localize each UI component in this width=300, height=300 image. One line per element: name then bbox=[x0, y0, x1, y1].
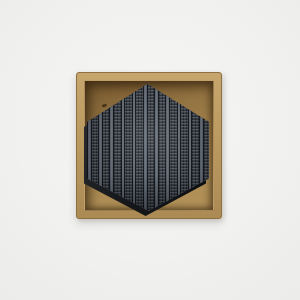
interior-scuff-mark bbox=[102, 103, 108, 107]
product-photo bbox=[0, 0, 300, 300]
